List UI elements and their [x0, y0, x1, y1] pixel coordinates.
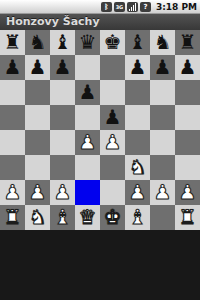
- signal-strength-icon: [127, 2, 138, 12]
- square-h7[interactable]: ♟: [175, 55, 200, 80]
- square-c8[interactable]: ♝: [50, 30, 75, 55]
- square-h3[interactable]: [175, 155, 200, 180]
- square-a1[interactable]: ♜: [0, 205, 25, 230]
- square-d3[interactable]: [75, 155, 100, 180]
- square-a5[interactable]: [0, 105, 25, 130]
- square-d5[interactable]: [75, 105, 100, 130]
- square-g8[interactable]: ♞: [150, 30, 175, 55]
- square-h1[interactable]: ♜: [175, 205, 200, 230]
- battery-unknown-icon: ?: [140, 2, 151, 12]
- square-h8[interactable]: ♜: [175, 30, 200, 55]
- square-f6[interactable]: [125, 80, 150, 105]
- status-bar: ᛒ 3G ? 3:18 PM: [0, 0, 200, 14]
- square-a8[interactable]: ♜: [0, 30, 25, 55]
- square-f5[interactable]: [125, 105, 150, 130]
- square-c3[interactable]: [50, 155, 75, 180]
- black-pawn: ♟: [125, 55, 150, 80]
- square-c5[interactable]: [50, 105, 75, 130]
- square-g2[interactable]: ♟: [150, 180, 175, 205]
- black-bishop: ♝: [50, 30, 75, 55]
- square-a7[interactable]: ♟: [0, 55, 25, 80]
- square-b6[interactable]: [25, 80, 50, 105]
- square-e7[interactable]: [100, 55, 125, 80]
- square-d1[interactable]: ♛: [75, 205, 100, 230]
- square-c2[interactable]: ♟: [50, 180, 75, 205]
- square-e2[interactable]: [100, 180, 125, 205]
- white-bishop: ♝: [125, 205, 150, 230]
- white-pawn: ♟: [0, 180, 25, 205]
- square-f3[interactable]: ♞: [125, 155, 150, 180]
- white-queen: ♛: [75, 205, 100, 230]
- black-king: ♚: [100, 30, 125, 55]
- data-3g-icon: 3G: [114, 2, 125, 12]
- square-a6[interactable]: [0, 80, 25, 105]
- black-knight: ♞: [25, 30, 50, 55]
- black-rook: ♜: [0, 30, 25, 55]
- square-b8[interactable]: ♞: [25, 30, 50, 55]
- square-g3[interactable]: [150, 155, 175, 180]
- black-bishop: ♝: [125, 30, 150, 55]
- square-a4[interactable]: [0, 130, 25, 155]
- white-knight: ♞: [25, 205, 50, 230]
- square-c4[interactable]: [50, 130, 75, 155]
- square-f8[interactable]: ♝: [125, 30, 150, 55]
- square-c6[interactable]: [50, 80, 75, 105]
- square-a2[interactable]: ♟: [0, 180, 25, 205]
- square-d7[interactable]: [75, 55, 100, 80]
- square-b1[interactable]: ♞: [25, 205, 50, 230]
- white-pawn: ♟: [150, 180, 175, 205]
- black-pawn: ♟: [175, 55, 200, 80]
- square-f2[interactable]: ♟: [125, 180, 150, 205]
- black-pawn: ♟: [50, 55, 75, 80]
- square-g5[interactable]: [150, 105, 175, 130]
- white-pawn: ♟: [25, 180, 50, 205]
- white-bishop: ♝: [50, 205, 75, 230]
- bottom-panel: [0, 230, 200, 300]
- bluetooth-icon: ᛒ: [101, 2, 112, 12]
- white-king: ♚: [100, 205, 125, 230]
- square-f1[interactable]: ♝: [125, 205, 150, 230]
- square-f4[interactable]: [125, 130, 150, 155]
- white-pawn: ♟: [175, 180, 200, 205]
- white-rook: ♜: [175, 205, 200, 230]
- square-d6[interactable]: ♟: [75, 80, 100, 105]
- black-pawn: ♟: [100, 105, 125, 130]
- square-b7[interactable]: ♟: [25, 55, 50, 80]
- square-e4[interactable]: ♟: [100, 130, 125, 155]
- square-e3[interactable]: [100, 155, 125, 180]
- square-g4[interactable]: [150, 130, 175, 155]
- app-title: Honzovy Šachy: [0, 14, 200, 30]
- square-e1[interactable]: ♚: [100, 205, 125, 230]
- square-b4[interactable]: [25, 130, 50, 155]
- square-g7[interactable]: ♟: [150, 55, 175, 80]
- square-b3[interactable]: [25, 155, 50, 180]
- square-h4[interactable]: [175, 130, 200, 155]
- white-pawn: ♟: [75, 130, 100, 155]
- black-knight: ♞: [150, 30, 175, 55]
- square-b2[interactable]: ♟: [25, 180, 50, 205]
- square-f7[interactable]: ♟: [125, 55, 150, 80]
- square-h5[interactable]: [175, 105, 200, 130]
- black-pawn: ♟: [150, 55, 175, 80]
- white-pawn: ♟: [100, 130, 125, 155]
- chess-board: ♜♞♝♛♚♝♞♜♟♟♟♟♟♟♟♟♟♟♞♟♟♟♟♟♟♜♞♝♛♚♝♜: [0, 30, 200, 230]
- white-knight: ♞: [125, 155, 150, 180]
- white-pawn: ♟: [50, 180, 75, 205]
- square-h2[interactable]: ♟: [175, 180, 200, 205]
- square-e8[interactable]: ♚: [100, 30, 125, 55]
- square-c7[interactable]: ♟: [50, 55, 75, 80]
- square-e5[interactable]: ♟: [100, 105, 125, 130]
- clock-text: 3:18 PM: [156, 2, 197, 12]
- square-h6[interactable]: [175, 80, 200, 105]
- square-g6[interactable]: [150, 80, 175, 105]
- square-a3[interactable]: [0, 155, 25, 180]
- white-rook: ♜: [0, 205, 25, 230]
- black-pawn: ♟: [0, 55, 25, 80]
- square-d8[interactable]: ♛: [75, 30, 100, 55]
- square-c1[interactable]: ♝: [50, 205, 75, 230]
- black-rook: ♜: [175, 30, 200, 55]
- square-d4[interactable]: ♟: [75, 130, 100, 155]
- black-pawn: ♟: [75, 80, 100, 105]
- square-b5[interactable]: [25, 105, 50, 130]
- black-queen: ♛: [75, 30, 100, 55]
- square-e6[interactable]: [100, 80, 125, 105]
- square-d2[interactable]: [75, 180, 100, 205]
- black-pawn: ♟: [25, 55, 50, 80]
- white-pawn: ♟: [125, 180, 150, 205]
- square-g1[interactable]: [150, 205, 175, 230]
